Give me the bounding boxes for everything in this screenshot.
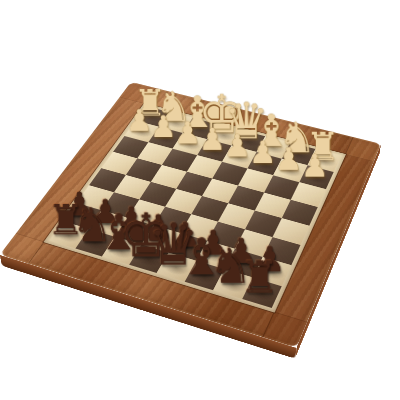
board-grid: ♜♞♝♚♛♝♞♜♟♟♟♟♟♟♟♟♟♟♟♟♟♟♟♟♜♞♝♚♛♝♞♜ bbox=[49, 106, 341, 308]
square-a8[interactable]: ♜ bbox=[242, 278, 282, 309]
piece-white-pawn[interactable]: ♟ bbox=[126, 108, 153, 135]
chessboard-scene: ♜♞♝♚♛♝♞♜♟♟♟♟♟♟♟♟♟♟♟♟♟♟♟♟♜♞♝♚♛♝♞♜ bbox=[0, 0, 400, 400]
piece-black-rook[interactable]: ♜ bbox=[240, 257, 280, 298]
piece-white-pawn[interactable]: ♟ bbox=[301, 152, 329, 181]
piece-white-pawn[interactable]: ♟ bbox=[274, 146, 302, 175]
piece-white-pawn[interactable]: ♟ bbox=[249, 139, 277, 168]
chess-board: ♜♞♝♚♛♝♞♜♟♟♟♟♟♟♟♟♟♟♟♟♟♟♟♟♜♞♝♚♛♝♞♜ bbox=[0, 82, 381, 348]
playing-field: ♜♞♝♚♛♝♞♜♟♟♟♟♟♟♟♟♟♟♟♟♟♟♟♟♜♞♝♚♛♝♞♜ bbox=[43, 103, 346, 312]
piece-white-pawn[interactable]: ♟ bbox=[150, 114, 177, 142]
piece-white-pawn[interactable]: ♟ bbox=[223, 133, 251, 161]
piece-white-pawn[interactable]: ♟ bbox=[174, 120, 201, 148]
piece-white-pawn[interactable]: ♟ bbox=[198, 126, 225, 154]
square-d4[interactable] bbox=[202, 179, 238, 204]
